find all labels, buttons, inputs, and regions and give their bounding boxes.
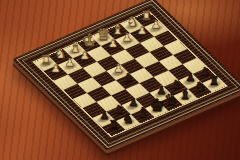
black-rook: ♜ [205,72,222,89]
white-pawn: ♟ [147,16,164,33]
chess-set-photo-scene: ♜♞♝♚♛♝♞♜♟♟♟♟♟♟♟♟♟♟♟♟♟♟♟♟♜♞♝♚♛♝♞♜ [0,0,240,160]
